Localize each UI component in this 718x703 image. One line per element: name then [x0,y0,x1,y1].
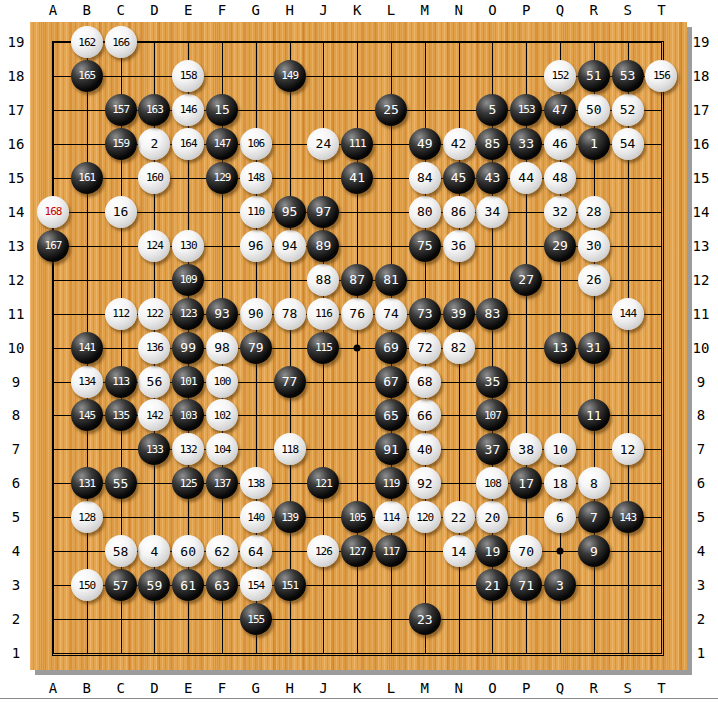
col-label-bottom-m: M [421,680,429,696]
stone-s11: 144 [612,298,644,330]
stone-f10: 98 [206,332,238,364]
stone-n5: 22 [443,501,475,533]
star-point-q4 [557,548,564,555]
stone-l4: 117 [375,535,407,567]
stone-c14: 16 [105,196,137,228]
row-label-left-10: 10 [8,340,25,356]
stone-d17: 163 [138,94,170,126]
stone-s18: 53 [612,60,644,92]
stone-e17: 146 [172,94,204,126]
stone-d7: 133 [138,433,170,465]
stone-e12: 109 [172,264,204,296]
row-label-left-4: 4 [12,543,20,559]
stone-b9: 134 [71,366,103,398]
stone-g6: 138 [240,467,272,499]
col-label-bottom-q: Q [556,680,564,696]
row-label-right-4: 4 [697,543,705,559]
col-label-bottom-s: S [623,680,631,696]
stone-j13: 89 [307,230,339,262]
stone-g14: 110 [240,196,272,228]
row-label-right-8: 8 [697,407,705,423]
stone-c17: 157 [105,94,137,126]
stone-k12: 87 [341,264,373,296]
stone-b6: 131 [71,467,103,499]
stone-r5: 7 [578,501,610,533]
col-label-bottom-d: D [150,680,158,696]
stone-n10: 82 [443,332,475,364]
col-label-top-a: A [49,2,57,18]
stone-p16: 33 [510,128,542,160]
stone-r14: 28 [578,196,610,228]
stone-r10: 31 [578,332,610,364]
stone-c3: 57 [105,569,137,601]
stone-s7: 12 [612,433,644,465]
stone-h7: 118 [274,433,306,465]
col-label-bottom-h: H [285,680,293,696]
stone-d11: 122 [138,298,170,330]
stone-f15: 129 [206,162,238,194]
stone-o3: 21 [476,569,508,601]
col-label-bottom-r: R [590,680,598,696]
stone-f8: 102 [206,399,238,431]
stone-m7: 40 [409,433,441,465]
stone-h14: 95 [274,196,306,228]
stone-c19: 166 [105,26,137,58]
stone-k15: 41 [341,162,373,194]
stone-h11: 78 [274,298,306,330]
stone-q14: 32 [544,196,576,228]
col-label-bottom-l: L [387,680,395,696]
stone-n4: 14 [443,535,475,567]
stone-h5: 139 [274,501,306,533]
bottom-divider-line [0,698,718,699]
stone-e10: 99 [172,332,204,364]
stone-j6: 121 [307,467,339,499]
stone-p6: 17 [510,467,542,499]
stone-n15: 45 [443,162,475,194]
stone-p12: 27 [510,264,542,296]
row-label-right-18: 18 [693,68,710,84]
stone-p3: 71 [510,569,542,601]
stone-c9: 113 [105,366,137,398]
stone-k4: 127 [341,535,373,567]
col-label-top-p: P [522,2,530,18]
stone-b10: 141 [71,332,103,364]
stone-j14: 97 [307,196,339,228]
stone-o6: 108 [476,467,508,499]
stone-l11: 74 [375,298,407,330]
col-label-bottom-o: O [488,680,496,696]
col-label-bottom-c: C [116,680,124,696]
stone-e16: 164 [172,128,204,160]
stone-o8: 107 [476,399,508,431]
row-label-right-12: 12 [693,272,710,288]
col-label-top-t: T [657,2,665,18]
stone-e18: 158 [172,60,204,92]
col-label-top-j: J [319,2,327,18]
stone-o5: 20 [476,501,508,533]
col-label-top-o: O [488,2,496,18]
row-label-left-3: 3 [12,577,20,593]
stone-f7: 104 [206,433,238,465]
stone-o9: 35 [476,366,508,398]
stone-m10: 72 [409,332,441,364]
stone-t18: 156 [645,60,677,92]
col-label-top-s: S [623,2,631,18]
col-label-top-e: E [184,2,192,18]
row-label-right-11: 11 [693,306,710,322]
stone-g11: 90 [240,298,272,330]
stone-a14: 168 [37,196,69,228]
row-label-right-15: 15 [693,170,710,186]
stone-k16: 111 [341,128,373,160]
stone-m6: 92 [409,467,441,499]
stone-j10: 115 [307,332,339,364]
stone-k11: 76 [341,298,373,330]
stone-m14: 80 [409,196,441,228]
stone-j11: 116 [307,298,339,330]
stone-j12: 88 [307,264,339,296]
col-label-top-r: R [590,2,598,18]
stone-j16: 24 [307,128,339,160]
stone-b19: 162 [71,26,103,58]
stone-g13: 96 [240,230,272,262]
row-label-right-17: 17 [693,102,710,118]
col-label-top-l: L [387,2,395,18]
stone-q15: 48 [544,162,576,194]
stone-l17: 25 [375,94,407,126]
stone-c16: 159 [105,128,137,160]
stone-n16: 42 [443,128,475,160]
stone-p17: 153 [510,94,542,126]
row-label-right-5: 5 [697,509,705,525]
stone-d3: 59 [138,569,170,601]
stone-c11: 112 [105,298,137,330]
stone-f16: 147 [206,128,238,160]
stone-d15: 160 [138,162,170,194]
stone-q17: 47 [544,94,576,126]
stone-s5: 143 [612,501,644,533]
stone-h18: 149 [274,60,306,92]
stone-l9: 67 [375,366,407,398]
row-label-left-5: 5 [12,509,20,525]
col-label-bottom-j: J [319,680,327,696]
col-label-top-h: H [285,2,293,18]
stone-c6: 55 [105,467,137,499]
go-diagram-page: AABBCCDDEEFFGGHHJJKKLLMMNNOOPPQQRRSSTT19… [0,0,718,703]
col-label-bottom-b: B [83,680,91,696]
stone-b3: 150 [71,569,103,601]
stone-m15: 84 [409,162,441,194]
stone-b18: 165 [71,60,103,92]
stone-m5: 120 [409,501,441,533]
col-label-top-b: B [83,2,91,18]
stone-n11: 39 [443,298,475,330]
stone-k5: 105 [341,501,373,533]
stone-r18: 51 [578,60,610,92]
stone-f17: 15 [206,94,238,126]
stone-g16: 106 [240,128,272,160]
col-label-bottom-e: E [184,680,192,696]
stone-o16: 85 [476,128,508,160]
stone-f11: 93 [206,298,238,330]
stone-r17: 50 [578,94,610,126]
stone-l10: 69 [375,332,407,364]
stone-p4: 70 [510,535,542,567]
stone-p15: 44 [510,162,542,194]
stone-r8: 11 [578,399,610,431]
stone-l8: 65 [375,399,407,431]
stone-r6: 8 [578,467,610,499]
stone-q3: 3 [544,569,576,601]
stone-o11: 83 [476,298,508,330]
stone-m2: 23 [409,603,441,635]
stone-d4: 4 [138,535,170,567]
stone-f9: 100 [206,366,238,398]
stone-g3: 154 [240,569,272,601]
stone-d13: 124 [138,230,170,262]
stone-m13: 75 [409,230,441,262]
col-label-bottom-t: T [657,680,665,696]
row-label-right-6: 6 [697,475,705,491]
col-label-top-d: D [150,2,158,18]
row-label-right-13: 13 [693,238,710,254]
col-label-top-k: K [353,2,361,18]
stone-d16: 2 [138,128,170,160]
stone-e4: 60 [172,535,204,567]
stone-g15: 148 [240,162,272,194]
stone-b15: 161 [71,162,103,194]
stone-c8: 135 [105,399,137,431]
stone-f4: 62 [206,535,238,567]
stone-q13: 29 [544,230,576,262]
stone-q16: 46 [544,128,576,160]
stone-m9: 68 [409,366,441,398]
col-label-top-q: Q [556,2,564,18]
stone-m8: 66 [409,399,441,431]
col-label-bottom-f: F [218,680,226,696]
stone-h9: 77 [274,366,306,398]
col-label-bottom-k: K [353,680,361,696]
stone-e9: 101 [172,366,204,398]
stone-l5: 114 [375,501,407,533]
row-label-left-6: 6 [12,475,20,491]
col-label-bottom-g: G [252,680,260,696]
row-label-right-1: 1 [697,645,705,661]
stone-p7: 38 [510,433,542,465]
row-label-left-1: 1 [12,645,20,661]
stone-q5: 6 [544,501,576,533]
stone-e13: 130 [172,230,204,262]
row-label-left-17: 17 [8,102,25,118]
stone-h13: 94 [274,230,306,262]
col-label-top-n: N [454,2,462,18]
stone-f3: 63 [206,569,238,601]
stone-j4: 126 [307,535,339,567]
stone-e8: 103 [172,399,204,431]
stone-q10: 13 [544,332,576,364]
stone-e6: 125 [172,467,204,499]
stone-o7: 37 [476,433,508,465]
col-label-top-f: F [218,2,226,18]
stone-b5: 128 [71,501,103,533]
stone-e3: 61 [172,569,204,601]
stone-o4: 19 [476,535,508,567]
stone-r16: 1 [578,128,610,160]
row-label-right-16: 16 [693,136,710,152]
row-label-left-15: 15 [8,170,25,186]
row-label-right-19: 19 [693,34,710,50]
row-label-left-8: 8 [12,407,20,423]
col-label-bottom-n: N [454,680,462,696]
col-label-top-c: C [116,2,124,18]
stone-r13: 30 [578,230,610,262]
col-label-bottom-a: A [49,680,57,696]
stone-e11: 123 [172,298,204,330]
stone-l12: 81 [375,264,407,296]
stone-n13: 36 [443,230,475,262]
stone-o14: 34 [476,196,508,228]
star-point-k10 [354,344,361,351]
stone-l7: 91 [375,433,407,465]
stone-m16: 49 [409,128,441,160]
stone-d10: 136 [138,332,170,364]
stone-f6: 137 [206,467,238,499]
row-label-left-13: 13 [8,238,25,254]
stone-l6: 119 [375,467,407,499]
col-label-top-m: M [421,2,429,18]
stone-m11: 73 [409,298,441,330]
stone-q7: 10 [544,433,576,465]
row-label-left-11: 11 [8,306,25,322]
row-label-left-14: 14 [8,204,25,220]
row-label-left-7: 7 [12,441,20,457]
stone-r12: 26 [578,264,610,296]
stone-g5: 140 [240,501,272,533]
row-label-left-12: 12 [8,272,25,288]
stone-r4: 9 [578,535,610,567]
row-label-right-9: 9 [697,374,705,390]
row-label-right-7: 7 [697,441,705,457]
stone-s16: 54 [612,128,644,160]
row-label-right-10: 10 [693,340,710,356]
stone-c4: 58 [105,535,137,567]
row-label-right-2: 2 [697,611,705,627]
row-label-right-14: 14 [693,204,710,220]
stone-e7: 132 [172,433,204,465]
stone-n14: 86 [443,196,475,228]
stone-g2: 155 [240,603,272,635]
row-label-left-2: 2 [12,611,20,627]
stone-q18: 152 [544,60,576,92]
stone-g4: 64 [240,535,272,567]
stone-d9: 56 [138,366,170,398]
stone-h3: 151 [274,569,306,601]
row-label-left-16: 16 [8,136,25,152]
stone-q6: 18 [544,467,576,499]
stone-o17: 5 [476,94,508,126]
stone-g10: 79 [240,332,272,364]
stone-b8: 145 [71,399,103,431]
row-label-right-3: 3 [697,577,705,593]
col-label-top-g: G [252,2,260,18]
stone-d8: 142 [138,399,170,431]
stone-a13: 167 [37,230,69,262]
stone-o15: 43 [476,162,508,194]
col-label-bottom-p: P [522,680,530,696]
row-label-left-19: 19 [8,34,25,50]
row-label-left-18: 18 [8,68,25,84]
row-label-left-9: 9 [12,374,20,390]
stone-s17: 52 [612,94,644,126]
